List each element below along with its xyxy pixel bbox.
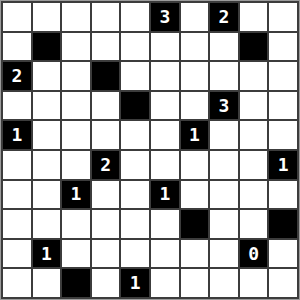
empty-cell[interactable] — [181, 151, 209, 179]
puzzle-board: 3223112111101 — [1, 1, 299, 299]
clue-cell: 1 — [181, 121, 209, 149]
empty-cell[interactable] — [181, 92, 209, 120]
empty-cell[interactable] — [92, 240, 120, 268]
clue-cell: 2 — [3, 62, 31, 90]
clue-cell: 3 — [151, 3, 179, 31]
clue-cell: 3 — [210, 92, 238, 120]
empty-cell[interactable] — [269, 181, 297, 209]
empty-cell[interactable] — [240, 3, 268, 31]
empty-cell[interactable] — [121, 62, 149, 90]
empty-cell[interactable] — [62, 33, 90, 61]
empty-cell[interactable] — [151, 210, 179, 238]
empty-cell[interactable] — [121, 33, 149, 61]
empty-cell[interactable] — [181, 62, 209, 90]
empty-cell[interactable] — [181, 181, 209, 209]
empty-cell[interactable] — [92, 210, 120, 238]
empty-cell[interactable] — [240, 210, 268, 238]
clue-cell: 2 — [92, 151, 120, 179]
clue-cell: 1 — [121, 269, 149, 297]
empty-cell[interactable] — [240, 92, 268, 120]
empty-cell[interactable] — [240, 269, 268, 297]
empty-cell[interactable] — [181, 269, 209, 297]
empty-cell[interactable] — [210, 210, 238, 238]
empty-cell[interactable] — [240, 121, 268, 149]
empty-cell[interactable] — [151, 33, 179, 61]
clue-cell: 2 — [210, 3, 238, 31]
clue-cell: 1 — [269, 151, 297, 179]
empty-cell[interactable] — [62, 210, 90, 238]
empty-cell[interactable] — [3, 3, 31, 31]
empty-cell[interactable] — [269, 33, 297, 61]
empty-cell[interactable] — [92, 181, 120, 209]
empty-cell[interactable] — [269, 3, 297, 31]
empty-cell[interactable] — [269, 121, 297, 149]
empty-cell[interactable] — [62, 62, 90, 90]
empty-cell[interactable] — [92, 269, 120, 297]
empty-cell[interactable] — [92, 3, 120, 31]
empty-cell[interactable] — [181, 33, 209, 61]
empty-cell[interactable] — [151, 240, 179, 268]
empty-cell[interactable] — [92, 33, 120, 61]
empty-cell[interactable] — [121, 121, 149, 149]
wall-cell — [62, 269, 90, 297]
clue-cell: 1 — [33, 240, 61, 268]
empty-cell[interactable] — [121, 151, 149, 179]
empty-cell[interactable] — [3, 269, 31, 297]
empty-cell[interactable] — [33, 121, 61, 149]
empty-cell[interactable] — [240, 151, 268, 179]
wall-cell — [269, 210, 297, 238]
empty-cell[interactable] — [181, 3, 209, 31]
empty-cell[interactable] — [240, 62, 268, 90]
wall-cell — [92, 62, 120, 90]
clue-cell: 0 — [240, 240, 268, 268]
empty-cell[interactable] — [269, 62, 297, 90]
empty-cell[interactable] — [210, 269, 238, 297]
wall-cell — [181, 210, 209, 238]
empty-cell[interactable] — [3, 92, 31, 120]
empty-cell[interactable] — [33, 3, 61, 31]
empty-cell[interactable] — [210, 121, 238, 149]
empty-cell[interactable] — [3, 181, 31, 209]
clue-cell: 1 — [3, 121, 31, 149]
empty-cell[interactable] — [62, 151, 90, 179]
wall-cell — [240, 33, 268, 61]
empty-cell[interactable] — [3, 240, 31, 268]
empty-cell[interactable] — [3, 33, 31, 61]
empty-cell[interactable] — [269, 240, 297, 268]
wall-cell — [121, 92, 149, 120]
empty-cell[interactable] — [121, 181, 149, 209]
empty-cell[interactable] — [151, 121, 179, 149]
empty-cell[interactable] — [210, 62, 238, 90]
empty-cell[interactable] — [151, 92, 179, 120]
empty-cell[interactable] — [210, 33, 238, 61]
empty-cell[interactable] — [62, 92, 90, 120]
clue-cell: 1 — [151, 181, 179, 209]
empty-cell[interactable] — [269, 269, 297, 297]
empty-cell[interactable] — [33, 210, 61, 238]
empty-cell[interactable] — [151, 151, 179, 179]
empty-cell[interactable] — [92, 92, 120, 120]
empty-cell[interactable] — [3, 210, 31, 238]
empty-cell[interactable] — [33, 92, 61, 120]
empty-cell[interactable] — [33, 269, 61, 297]
empty-cell[interactable] — [33, 151, 61, 179]
empty-cell[interactable] — [151, 269, 179, 297]
empty-cell[interactable] — [62, 240, 90, 268]
empty-cell[interactable] — [3, 151, 31, 179]
empty-cell[interactable] — [240, 181, 268, 209]
empty-cell[interactable] — [210, 181, 238, 209]
wall-cell — [33, 33, 61, 61]
empty-cell[interactable] — [121, 240, 149, 268]
empty-cell[interactable] — [33, 62, 61, 90]
empty-cell[interactable] — [33, 181, 61, 209]
empty-cell[interactable] — [210, 151, 238, 179]
clue-cell: 1 — [62, 181, 90, 209]
empty-cell[interactable] — [92, 121, 120, 149]
empty-cell[interactable] — [121, 3, 149, 31]
empty-cell[interactable] — [121, 210, 149, 238]
empty-cell[interactable] — [62, 3, 90, 31]
empty-cell[interactable] — [181, 240, 209, 268]
empty-cell[interactable] — [62, 121, 90, 149]
empty-cell[interactable] — [210, 240, 238, 268]
empty-cell[interactable] — [269, 92, 297, 120]
empty-cell[interactable] — [151, 62, 179, 90]
puzzle-frame: 3223112111101 — [0, 0, 300, 300]
